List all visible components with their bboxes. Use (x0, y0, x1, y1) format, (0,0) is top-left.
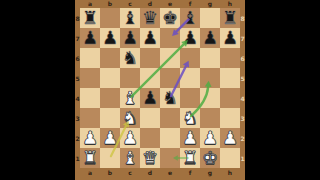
piece-black-bishop-c8: ♝ (120, 8, 140, 28)
square-a1: ♜ (80, 148, 100, 168)
file-label-e: e (160, 168, 180, 177)
square-h6 (220, 48, 240, 68)
square-d2 (140, 128, 160, 148)
rank-label-3: 3 (240, 108, 245, 128)
square-b4 (100, 88, 120, 108)
piece-black-pawn-f7: ♟ (180, 28, 200, 48)
square-g4 (200, 88, 220, 108)
piece-white-pawn-h2: ♟ (220, 128, 240, 148)
piece-black-pawn-b7: ♟ (100, 28, 120, 48)
screenshot-canvas: abcdefgh abcdefgh 87654321 87654321 ♜♝♛♚… (0, 0, 320, 180)
square-a7: ♟ (80, 28, 100, 48)
square-e4: ♞ (160, 88, 180, 108)
square-f7: ♟ (180, 28, 200, 48)
piece-white-bishop-c1: ♝ (120, 148, 140, 168)
square-e3 (160, 108, 180, 128)
square-c5 (120, 68, 140, 88)
file-label-h: h (220, 168, 240, 177)
square-a3 (80, 108, 100, 128)
square-d5 (140, 68, 160, 88)
square-d7: ♟ (140, 28, 160, 48)
file-label-c: c (120, 168, 140, 177)
piece-black-knight-e4: ♞ (160, 88, 180, 108)
square-g7: ♟ (200, 28, 220, 48)
square-a8: ♜ (80, 8, 100, 28)
square-b2: ♟ (100, 128, 120, 148)
square-e5 (160, 68, 180, 88)
square-b3 (100, 108, 120, 128)
square-d1: ♛ (140, 148, 160, 168)
square-b6 (100, 48, 120, 68)
piece-black-king-e8: ♚ (160, 8, 180, 28)
file-label-a: a (80, 168, 100, 177)
square-c7: ♟ (120, 28, 140, 48)
piece-white-knight-f3: ♞ (180, 108, 200, 128)
square-e7 (160, 28, 180, 48)
square-b7: ♟ (100, 28, 120, 48)
chess-board: abcdefgh abcdefgh 87654321 87654321 ♜♝♛♚… (75, 0, 245, 180)
square-h1 (220, 148, 240, 168)
piece-white-pawn-b2: ♟ (100, 128, 120, 148)
square-b8 (100, 8, 120, 28)
square-h8: ♜ (220, 8, 240, 28)
square-e2 (160, 128, 180, 148)
square-f6 (180, 48, 200, 68)
piece-white-queen-d1: ♛ (140, 148, 160, 168)
square-a6 (80, 48, 100, 68)
square-b1 (100, 148, 120, 168)
square-g2: ♟ (200, 128, 220, 148)
piece-black-knight-c6: ♞ (120, 48, 140, 68)
rank-label-6: 6 (240, 48, 245, 68)
square-e8: ♚ (160, 8, 180, 28)
square-h3 (220, 108, 240, 128)
square-f1: ♜ (180, 148, 200, 168)
file-label-b: b (100, 168, 120, 177)
square-g3 (200, 108, 220, 128)
square-d4: ♟ (140, 88, 160, 108)
square-h4 (220, 88, 240, 108)
piece-black-pawn-d4: ♟ (140, 88, 160, 108)
square-b5 (100, 68, 120, 88)
square-g6 (200, 48, 220, 68)
piece-white-rook-a1: ♜ (80, 148, 100, 168)
square-g5 (200, 68, 220, 88)
rank-label-2: 2 (240, 128, 245, 148)
rank-label-5: 5 (240, 68, 245, 88)
square-c8: ♝ (120, 8, 140, 28)
rank-label-4: 4 (240, 88, 245, 108)
file-labels-top: abcdefgh (80, 0, 240, 8)
file-label-f: f (180, 168, 200, 177)
rank-label-7: 7 (240, 28, 245, 48)
square-h2: ♟ (220, 128, 240, 148)
rank-label-1: 1 (240, 148, 245, 168)
board-squares: ♜♝♛♚♝♜♟♟♟♟♟♟♟♞♝♟♞♞♞♟♟♟♟♟♟♜♝♛♜♚ (80, 8, 240, 168)
piece-white-king-g1: ♚ (200, 148, 220, 168)
piece-white-bishop-c4: ♝ (120, 88, 140, 108)
square-c1: ♝ (120, 148, 140, 168)
square-h5 (220, 68, 240, 88)
rank-labels-right: 87654321 (240, 8, 245, 168)
square-f3: ♞ (180, 108, 200, 128)
square-f8: ♝ (180, 8, 200, 28)
piece-white-knight-c3: ♞ (120, 108, 140, 128)
square-e6 (160, 48, 180, 68)
square-f5 (180, 68, 200, 88)
square-a2: ♟ (80, 128, 100, 148)
piece-black-pawn-c7: ♟ (120, 28, 140, 48)
file-label-b: b (100, 0, 120, 8)
file-label-g: g (200, 168, 220, 177)
square-g1: ♚ (200, 148, 220, 168)
square-h7: ♟ (220, 28, 240, 48)
piece-black-pawn-g7: ♟ (200, 28, 220, 48)
square-c3: ♞ (120, 108, 140, 128)
square-d6 (140, 48, 160, 68)
square-d8: ♛ (140, 8, 160, 28)
piece-black-queen-d8: ♛ (140, 8, 160, 28)
piece-white-pawn-f2: ♟ (180, 128, 200, 148)
square-e1 (160, 148, 180, 168)
piece-black-pawn-d7: ♟ (140, 28, 160, 48)
file-label-g: g (200, 0, 220, 8)
square-c6: ♞ (120, 48, 140, 68)
square-g8 (200, 8, 220, 28)
square-a5 (80, 68, 100, 88)
square-f2: ♟ (180, 128, 200, 148)
file-labels-bottom: abcdefgh (80, 168, 240, 180)
square-d3 (140, 108, 160, 128)
piece-white-pawn-g2: ♟ (200, 128, 220, 148)
piece-white-rook-f1: ♜ (180, 148, 200, 168)
piece-white-pawn-c2: ♟ (120, 128, 140, 148)
piece-black-bishop-f8: ♝ (180, 8, 200, 28)
rank-label-8: 8 (240, 8, 245, 28)
square-a4 (80, 88, 100, 108)
piece-black-rook-h8: ♜ (220, 8, 240, 28)
square-c4: ♝ (120, 88, 140, 108)
file-label-d: d (140, 168, 160, 177)
piece-white-pawn-a2: ♟ (80, 128, 100, 148)
square-c2: ♟ (120, 128, 140, 148)
piece-black-pawn-a7: ♟ (80, 28, 100, 48)
piece-black-pawn-h7: ♟ (220, 28, 240, 48)
square-f4 (180, 88, 200, 108)
piece-black-rook-a8: ♜ (80, 8, 100, 28)
